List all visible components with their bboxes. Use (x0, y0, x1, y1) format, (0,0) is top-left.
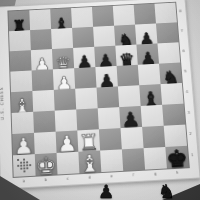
us-chess-margin-text: U.S. CHESS (0, 71, 10, 120)
square-h4[interactable] (161, 83, 184, 105)
square-d6[interactable]: ♟ (73, 47, 95, 68)
square-h2[interactable] (164, 125, 187, 147)
file-label-a: a (13, 177, 35, 187)
square-b6[interactable]: ♟ (31, 49, 53, 70)
square-b2[interactable] (34, 132, 57, 154)
square-a3[interactable] (12, 112, 34, 134)
square-d1[interactable]: ♝ (78, 151, 101, 174)
square-e3[interactable] (98, 107, 121, 129)
square-b7[interactable] (30, 29, 52, 50)
square-c5[interactable]: ♟ (53, 68, 75, 90)
square-b1[interactable]: ♚ (35, 153, 58, 176)
square-d5[interactable] (74, 67, 96, 89)
square-f2[interactable] (121, 127, 144, 149)
square-g3[interactable] (141, 105, 164, 127)
square-e7[interactable] (93, 26, 115, 47)
file-label-b: b (35, 176, 57, 186)
square-a2[interactable]: ♟ (12, 133, 34, 155)
chess-board-grid: ♜♝♞♟♟♛♟♟♛♟♟♟♞♝♝♟♟♟♜♚♝♚ (7, 2, 189, 178)
square-g5[interactable] (138, 64, 161, 86)
square-d2[interactable]: ♜ (77, 129, 100, 151)
captured-piece-bP-0: ♟ (98, 183, 114, 200)
square-e4[interactable] (97, 86, 120, 108)
square-h6[interactable] (157, 42, 180, 63)
rank-label-8: 8 (175, 1, 185, 21)
square-d8[interactable] (71, 7, 93, 28)
square-c4[interactable] (54, 89, 76, 111)
rank-label-3: 3 (183, 102, 194, 123)
square-d7[interactable] (72, 27, 94, 48)
square-h5[interactable]: ♞ (159, 63, 182, 85)
square-f6[interactable]: ♛ (115, 45, 137, 66)
file-label-h: h (166, 168, 189, 178)
board-logo-emblem (17, 158, 31, 172)
square-h7[interactable] (156, 22, 179, 43)
square-a7[interactable] (9, 30, 31, 51)
square-b3[interactable] (33, 111, 55, 133)
square-b5[interactable] (32, 69, 54, 91)
square-b8[interactable] (29, 9, 51, 30)
square-g8[interactable] (134, 4, 156, 25)
rank-label-2: 2 (185, 123, 196, 145)
rank-label-4: 4 (182, 82, 192, 103)
square-d4[interactable] (75, 88, 98, 110)
file-label-c: c (57, 174, 79, 184)
square-f3[interactable]: ♟ (119, 106, 142, 128)
square-e8[interactable] (92, 6, 114, 27)
table-shadow-bottom-right (162, 184, 200, 200)
square-a4[interactable]: ♝ (11, 91, 33, 113)
rank-label-5: 5 (180, 61, 190, 82)
square-h1[interactable]: ♚ (165, 146, 188, 169)
square-b4[interactable] (32, 90, 54, 112)
square-c8[interactable]: ♝ (50, 8, 72, 29)
rank-label-6: 6 (178, 41, 188, 62)
board-photo: U.S. CHESS ♜♝♞♟♟♛♟♟♛♟♟♟♞♝♝♟♟♟♜♚♝♚ abcdef… (0, 0, 200, 200)
file-label-d: d (78, 173, 100, 183)
square-c3[interactable] (55, 109, 78, 131)
square-d3[interactable] (76, 108, 99, 130)
square-g7[interactable]: ♟ (135, 23, 157, 44)
rank-label-1: 1 (187, 144, 198, 166)
square-f5[interactable] (117, 65, 140, 87)
square-e6[interactable]: ♟ (94, 46, 116, 67)
square-g1[interactable] (144, 147, 167, 170)
square-a5[interactable] (10, 70, 32, 92)
square-e5[interactable]: ♟ (95, 66, 118, 88)
file-label-f: f (122, 171, 144, 181)
file-label-g: g (144, 169, 167, 179)
square-c1[interactable] (57, 152, 80, 175)
square-f8[interactable] (113, 5, 135, 26)
square-f7[interactable]: ♞ (114, 25, 136, 46)
square-g6[interactable]: ♟ (136, 43, 159, 64)
square-f4[interactable] (118, 85, 141, 107)
square-a1[interactable] (13, 154, 36, 177)
square-e1[interactable] (100, 149, 123, 172)
square-a8[interactable]: ♜ (8, 10, 30, 31)
square-h8[interactable] (154, 3, 176, 24)
file-label-e: e (100, 172, 122, 182)
chess-board: U.S. CHESS ♜♝♞♟♟♛♟♟♛♟♟♟♞♝♝♟♟♟♜♚♝♚ abcdef… (0, 0, 200, 190)
square-g2[interactable] (142, 126, 165, 148)
square-c7[interactable] (51, 28, 73, 49)
square-h3[interactable] (162, 104, 185, 126)
square-a6[interactable] (10, 50, 32, 71)
square-f1[interactable] (122, 148, 145, 171)
square-e2[interactable] (99, 128, 122, 150)
square-c2[interactable]: ♟ (56, 130, 79, 152)
square-g4[interactable]: ♝ (139, 84, 162, 106)
square-c6[interactable]: ♛ (52, 48, 74, 69)
rank-label-7: 7 (177, 21, 187, 41)
